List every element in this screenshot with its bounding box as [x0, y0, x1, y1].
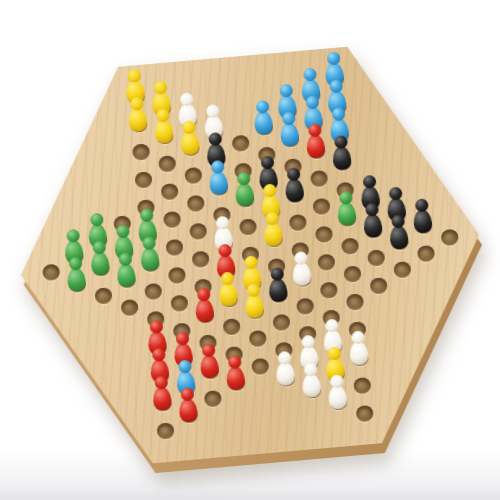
peg-body: [67, 267, 87, 291]
board-hole[interactable]: [393, 261, 411, 278]
peg-body: [328, 385, 348, 409]
peg-white[interactable]: [290, 251, 312, 287]
peg-body: [292, 262, 312, 286]
peg-yellow[interactable]: [243, 283, 265, 319]
peg-body: [116, 263, 136, 287]
board-hole[interactable]: [203, 390, 221, 407]
peg-body: [245, 294, 265, 318]
peg-black[interactable]: [267, 267, 289, 303]
peg-body: [195, 298, 215, 322]
board-hole[interactable]: [416, 245, 434, 262]
board-hole[interactable]: [288, 214, 306, 231]
game-board: [0, 0, 500, 500]
peg-yellow[interactable]: [126, 97, 148, 133]
board-hole[interactable]: [367, 249, 385, 266]
board-hole[interactable]: [440, 229, 458, 246]
peg-red[interactable]: [151, 375, 173, 411]
board-hole[interactable]: [170, 295, 188, 312]
board-hole[interactable]: [42, 264, 60, 281]
board-hole[interactable]: [238, 218, 256, 235]
board-hole[interactable]: [158, 155, 176, 172]
board-hole[interactable]: [251, 358, 269, 375]
board-hole[interactable]: [191, 251, 209, 268]
board-hole[interactable]: [355, 405, 373, 422]
peg-blue[interactable]: [252, 100, 274, 136]
peg-body: [128, 108, 148, 132]
peg-black[interactable]: [411, 198, 433, 234]
board-rotation-wrap: [0, 0, 500, 500]
board-hole[interactable]: [353, 377, 371, 394]
peg-green[interactable]: [65, 256, 87, 292]
board-hole[interactable]: [340, 238, 358, 255]
board-hole[interactable]: [248, 330, 266, 347]
peg-red[interactable]: [177, 387, 199, 423]
board-hole[interactable]: [189, 223, 207, 240]
peg-body: [235, 182, 255, 206]
floor-reflection: [0, 490, 500, 500]
board-hole[interactable]: [186, 195, 204, 212]
peg-white[interactable]: [274, 351, 296, 387]
board-hole[interactable]: [345, 293, 363, 310]
peg-black[interactable]: [283, 167, 305, 203]
peg-red[interactable]: [193, 287, 215, 323]
peg-green[interactable]: [139, 236, 161, 272]
peg-red[interactable]: [198, 343, 220, 379]
peg-yellow[interactable]: [217, 271, 239, 307]
peg-body: [254, 111, 274, 135]
peg-black[interactable]: [361, 202, 383, 238]
peg-body: [263, 222, 283, 246]
board-hole[interactable]: [134, 171, 152, 188]
peg-body: [306, 134, 326, 158]
board-hole[interactable]: [144, 283, 162, 300]
peg-body: [276, 362, 296, 386]
peg-body: [209, 171, 229, 195]
board-hole[interactable]: [272, 314, 290, 331]
board-hole[interactable]: [222, 318, 240, 335]
peg-red[interactable]: [304, 123, 326, 159]
peg-body: [152, 386, 172, 410]
board-hole[interactable]: [309, 170, 327, 187]
board-hole[interactable]: [120, 299, 138, 316]
peg-body: [268, 278, 288, 302]
peg-black[interactable]: [330, 135, 352, 171]
peg-green[interactable]: [115, 252, 137, 288]
peg-body: [349, 341, 369, 365]
board-hole[interactable]: [184, 167, 202, 184]
peg-red[interactable]: [224, 355, 246, 391]
board-hole[interactable]: [165, 239, 183, 256]
board-hole[interactable]: [94, 287, 112, 304]
board-hole[interactable]: [317, 254, 335, 271]
peg-body: [337, 202, 357, 226]
peg-body: [226, 366, 246, 390]
peg-body: [389, 225, 409, 249]
board-hole[interactable]: [231, 135, 249, 152]
peg-body: [90, 251, 110, 275]
board-hole[interactable]: [131, 143, 149, 160]
board-hole[interactable]: [160, 183, 178, 200]
board-hole[interactable]: [314, 226, 332, 243]
peg-body: [280, 122, 300, 146]
peg-yellow[interactable]: [262, 211, 284, 247]
peg-body: [140, 247, 160, 271]
peg-yellow[interactable]: [152, 108, 174, 144]
peg-body: [178, 398, 198, 422]
board-hole[interactable]: [296, 298, 314, 315]
peg-body: [180, 131, 200, 155]
peg-blue[interactable]: [207, 160, 229, 196]
peg-body: [285, 178, 305, 202]
board-hole[interactable]: [156, 422, 174, 439]
peg-green[interactable]: [89, 240, 111, 276]
board-hole[interactable]: [162, 211, 180, 228]
peg-white[interactable]: [300, 362, 322, 398]
peg-body: [302, 373, 322, 397]
peg-body: [413, 209, 433, 233]
photo-background: [0, 0, 500, 500]
board-hole[interactable]: [319, 282, 337, 299]
peg-body: [332, 146, 352, 170]
peg-body: [200, 354, 220, 378]
peg-black[interactable]: [388, 214, 410, 250]
board-hole[interactable]: [312, 198, 330, 215]
board-hole[interactable]: [343, 265, 361, 282]
peg-green[interactable]: [233, 171, 255, 207]
peg-body: [218, 282, 238, 306]
peg-body: [154, 119, 174, 143]
peg-blue[interactable]: [278, 111, 300, 147]
peg-green[interactable]: [335, 191, 357, 227]
peg-white[interactable]: [348, 330, 370, 366]
board-hole[interactable]: [369, 277, 387, 294]
peg-white[interactable]: [326, 374, 348, 410]
peg-yellow[interactable]: [179, 120, 201, 156]
board-hole[interactable]: [167, 267, 185, 284]
peg-body: [363, 213, 383, 237]
